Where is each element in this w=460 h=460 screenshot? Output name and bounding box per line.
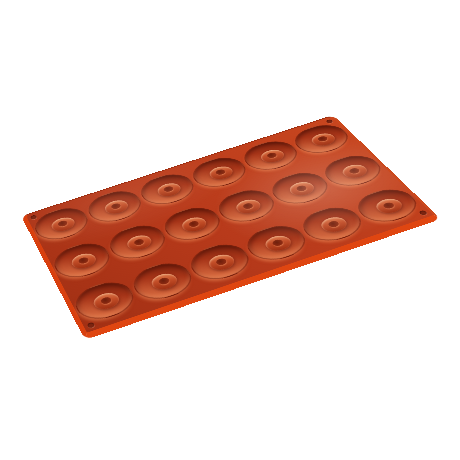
mold-cavity — [49, 238, 117, 284]
mold-cavity — [134, 169, 200, 209]
corner-hole — [30, 215, 37, 220]
cavity-center-boss — [148, 271, 180, 292]
cavity-center-boss — [317, 215, 351, 235]
cavity-center-boss — [205, 252, 238, 273]
cavity-center-boss — [257, 147, 287, 164]
cavity-dimple — [133, 238, 146, 246]
cavity-dimple — [295, 184, 308, 192]
cavity-dimple — [99, 296, 112, 305]
cavity-dimple — [157, 277, 170, 286]
cavity-center-boss — [91, 290, 123, 312]
cavity-dimple — [327, 220, 341, 228]
cavity-dimple — [382, 201, 396, 209]
cavity-dimple — [271, 239, 285, 248]
cavity-center-boss — [206, 164, 236, 181]
cavity-center-boss — [154, 181, 183, 199]
cavity-center-boss — [49, 215, 77, 234]
cavity-dimple — [57, 220, 69, 228]
mold-cavity — [69, 276, 141, 325]
cavity-center-boss — [262, 233, 295, 253]
cavity-dimple — [347, 167, 361, 175]
mold-cavity — [127, 257, 200, 305]
corner-hole — [325, 119, 333, 124]
cavity-dimple — [110, 202, 122, 210]
cavity-center-boss — [339, 162, 371, 180]
mold-cavity — [30, 203, 94, 245]
cavity-center-boss — [69, 251, 99, 271]
cavity-dimple — [316, 135, 329, 142]
mold-cavity — [158, 202, 228, 246]
cavity-center-boss — [102, 198, 131, 216]
corner-hole — [418, 210, 428, 216]
mold-cavity — [82, 186, 147, 227]
cavity-dimple — [214, 169, 226, 176]
cavity-dimple — [77, 256, 90, 264]
cavity-dimple — [214, 257, 228, 266]
cavity-center-boss — [308, 131, 339, 148]
cavity-center-boss — [286, 180, 318, 198]
cavity-center-boss — [179, 215, 210, 234]
cavity-dimple — [162, 185, 174, 192]
corner-hole — [87, 322, 96, 329]
cavity-dimple — [266, 152, 279, 159]
cavity-center-boss — [233, 197, 264, 216]
cavity-dimple — [187, 220, 200, 228]
cavity-dimple — [241, 202, 254, 210]
product-photo-scene — [0, 0, 460, 460]
mold-cavity — [103, 220, 172, 265]
cavity-center-boss — [372, 196, 406, 215]
silicone-mold — [21, 115, 441, 340]
mold-face — [26, 116, 434, 332]
cavity-center-boss — [124, 233, 154, 253]
